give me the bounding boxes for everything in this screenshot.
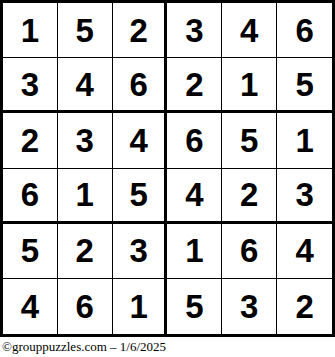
cell-r1c5: 4 — [222, 3, 277, 58]
cell-r4c6: 3 — [277, 169, 332, 224]
cell-r2c6: 5 — [277, 58, 332, 113]
cell-r3c1: 2 — [3, 113, 58, 168]
cell-r3c6: 1 — [277, 113, 332, 168]
cell-r2c5: 1 — [222, 58, 277, 113]
cell-r1c6: 6 — [277, 3, 332, 58]
cell-r1c2: 5 — [58, 3, 113, 58]
cell-r2c1: 3 — [3, 58, 58, 113]
cell-r1c1: 1 — [3, 3, 58, 58]
cell-r6c1: 4 — [3, 279, 58, 334]
cell-r2c4: 2 — [167, 58, 222, 113]
cell-r4c1: 6 — [3, 169, 58, 224]
cell-r3c4: 6 — [167, 113, 222, 168]
cell-r5c3: 3 — [113, 224, 168, 279]
cell-r5c5: 6 — [222, 224, 277, 279]
cell-r3c3: 4 — [113, 113, 168, 168]
cell-r6c4: 5 — [167, 279, 222, 334]
cell-r4c3: 5 — [113, 169, 168, 224]
cell-r6c5: 3 — [222, 279, 277, 334]
cell-r5c1: 5 — [3, 224, 58, 279]
cell-r2c2: 4 — [58, 58, 113, 113]
cell-r6c6: 2 — [277, 279, 332, 334]
cell-r4c4: 4 — [167, 169, 222, 224]
cell-r5c4: 1 — [167, 224, 222, 279]
sudoku-board: 152346346215234651615423523164461532 — [0, 0, 335, 337]
cell-r4c2: 1 — [58, 169, 113, 224]
cell-r3c5: 5 — [222, 113, 277, 168]
copyright-footer: ©grouppuzzles.com – 1/6/2025 — [2, 339, 166, 355]
cell-r4c5: 2 — [222, 169, 277, 224]
cell-r2c3: 6 — [113, 58, 168, 113]
cell-r1c3: 2 — [113, 3, 168, 58]
cell-r5c2: 2 — [58, 224, 113, 279]
cell-r1c4: 3 — [167, 3, 222, 58]
cell-r6c2: 6 — [58, 279, 113, 334]
cell-r3c2: 3 — [58, 113, 113, 168]
cell-r6c3: 1 — [113, 279, 168, 334]
cell-r5c6: 4 — [277, 224, 332, 279]
